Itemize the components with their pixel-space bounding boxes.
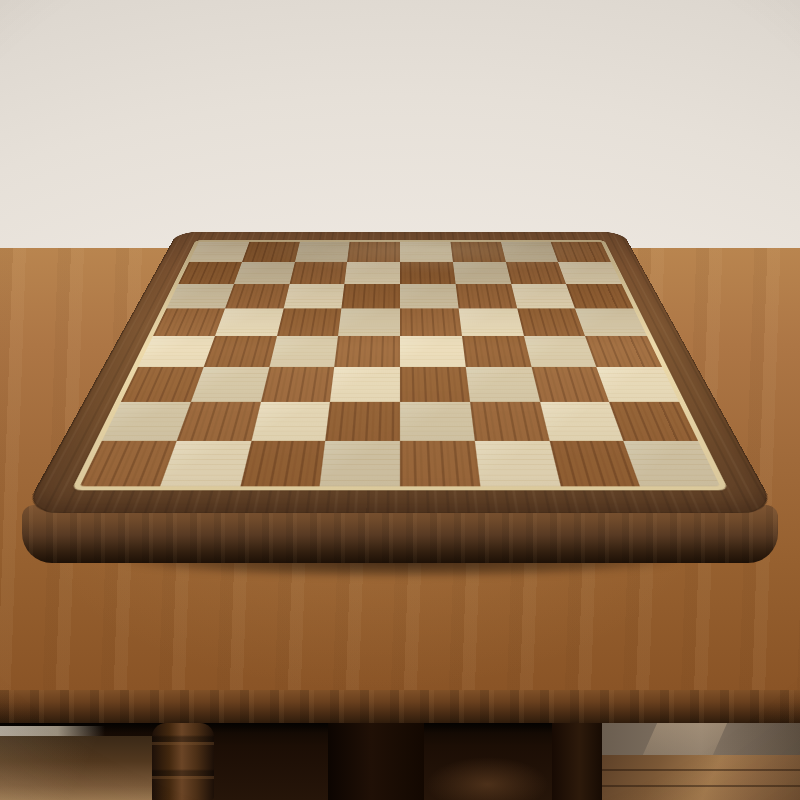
photo-scene: [0, 0, 800, 800]
square-g6: [511, 284, 575, 309]
floor-glow: [420, 748, 555, 800]
board-side-edge: [22, 505, 778, 563]
square-e6: [400, 284, 458, 309]
square-f1: [475, 441, 561, 486]
square-h8: [551, 242, 611, 262]
square-c7: [289, 262, 347, 284]
square-c4: [269, 336, 338, 367]
square-e7: [400, 262, 455, 284]
square-c8: [295, 242, 350, 262]
square-c2: [251, 401, 330, 441]
square-f7: [453, 262, 511, 284]
square-f4: [462, 336, 531, 367]
square-e4: [400, 336, 465, 367]
square-e8: [400, 242, 453, 262]
square-d8: [347, 242, 400, 262]
square-e3: [400, 367, 470, 402]
square-d4: [335, 336, 400, 367]
square-f6: [455, 284, 516, 309]
square-g8: [501, 242, 559, 262]
square-f2: [470, 401, 549, 441]
turned-table-leg: [152, 723, 214, 800]
square-b3: [191, 367, 269, 402]
square-g3: [531, 367, 609, 402]
square-b4: [204, 336, 277, 367]
square-f3: [465, 367, 539, 402]
square-g4: [524, 336, 597, 367]
square-c1: [240, 441, 326, 486]
square-c3: [261, 367, 335, 402]
square-a4: [138, 336, 215, 367]
square-f8: [450, 242, 505, 262]
square-d6: [342, 284, 400, 309]
square-g5: [517, 309, 585, 336]
square-b2: [176, 401, 260, 441]
square-d2: [325, 401, 400, 441]
square-e2: [400, 401, 475, 441]
square-d5: [338, 309, 400, 336]
square-g7: [505, 262, 566, 284]
square-a5: [153, 309, 225, 336]
table-leg-center: [328, 723, 424, 800]
floor-right: [602, 755, 800, 800]
square-h6: [566, 284, 633, 309]
square-c6: [283, 284, 344, 309]
square-b7: [234, 262, 295, 284]
square-d7: [345, 262, 400, 284]
square-e1: [400, 441, 480, 486]
square-b6: [225, 284, 289, 309]
square-c5: [277, 309, 342, 336]
floor-left: [0, 736, 152, 800]
square-a6: [166, 284, 233, 309]
square-a8: [189, 242, 249, 262]
under-table-area: [0, 723, 800, 800]
square-d3: [330, 367, 400, 402]
table-leg-right: [552, 723, 602, 800]
square-b8: [242, 242, 300, 262]
square-f5: [458, 309, 523, 336]
square-h7: [558, 262, 622, 284]
square-b5: [215, 309, 283, 336]
square-e5: [400, 309, 462, 336]
square-d1: [320, 441, 400, 486]
table-front-edge: [0, 690, 800, 723]
square-a7: [178, 262, 242, 284]
